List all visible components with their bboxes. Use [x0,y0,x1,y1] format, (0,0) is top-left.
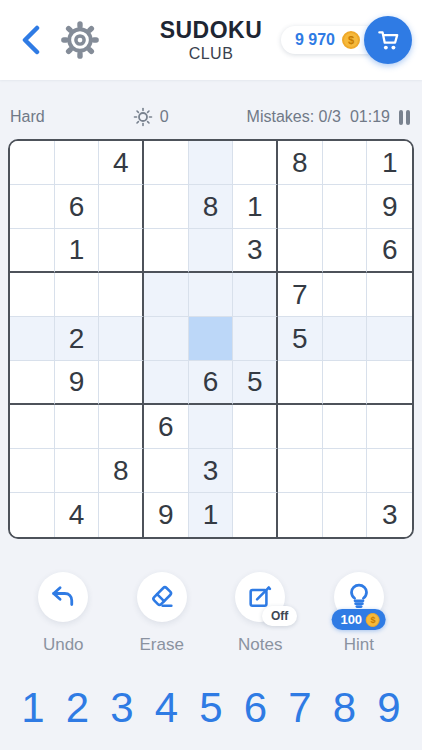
numpad-digit-7[interactable]: 7 [279,683,321,733]
cell-r5c1[interactable] [10,317,55,361]
cell-r4c3[interactable] [99,273,144,317]
notes-button[interactable]: Off [235,572,285,622]
cell-r1c3[interactable]: 4 [99,141,144,185]
numpad-digit-3[interactable]: 3 [101,683,143,733]
coin-amount: 9 970 [295,31,335,49]
cell-r1c7[interactable]: 8 [278,141,323,185]
cell-r3c1[interactable] [10,229,55,273]
erase-label: Erase [140,635,184,655]
cell-r6c3[interactable] [99,361,144,405]
cell-r5c5[interactable] [189,317,234,361]
back-button[interactable] [14,20,48,60]
cell-r7c9[interactable] [367,405,412,449]
cell-r2c5[interactable]: 8 [189,185,234,229]
cell-r2c6[interactable]: 1 [233,185,278,229]
cell-r7c7[interactable] [278,405,323,449]
notes-label: Notes [238,635,282,655]
cell-r4c1[interactable] [10,273,55,317]
cell-r9c4[interactable]: 9 [144,493,189,537]
cell-r5c6[interactable] [233,317,278,361]
cell-r1c5[interactable] [189,141,234,185]
cell-r4c8[interactable] [323,273,368,317]
numpad-digit-9[interactable]: 9 [368,683,410,733]
cell-r2c3[interactable] [99,185,144,229]
timer-value: 01:19 [350,108,390,126]
settings-button[interactable] [58,18,102,62]
cell-r4c9[interactable] [367,273,412,317]
cell-r7c8[interactable] [323,405,368,449]
erase-tool[interactable]: Erase [122,572,202,655]
cell-r4c7[interactable]: 7 [278,273,323,317]
cell-r5c4[interactable] [144,317,189,361]
cell-r3c8[interactable] [323,229,368,273]
numpad-digit-1[interactable]: 1 [12,683,54,733]
cell-r3c6[interactable]: 3 [233,229,278,273]
cell-r2c8[interactable] [323,185,368,229]
app-title: SUDOKU CLUB [160,17,263,63]
cell-r1c4[interactable] [144,141,189,185]
cell-r1c1[interactable] [10,141,55,185]
cell-r1c9[interactable]: 1 [367,141,412,185]
status-bar: Hard 0 Mi [0,106,422,128]
cell-r1c6[interactable] [233,141,278,185]
cell-r9c3[interactable] [99,493,144,537]
cell-r2c7[interactable] [278,185,323,229]
cell-r4c6[interactable] [233,273,278,317]
cell-r8c4[interactable] [144,449,189,493]
cell-r9c1[interactable] [10,493,55,537]
cell-r4c2[interactable] [55,273,100,317]
difficulty-label: Hard [10,108,45,126]
cell-r7c4[interactable]: 6 [144,405,189,449]
lightbulb-icon [344,582,374,612]
score-indicator: 0 [133,107,169,127]
hint-label: Hint [344,635,374,655]
cell-r1c2[interactable] [55,141,100,185]
chevron-left-icon [18,25,44,55]
cell-r9c2[interactable]: 4 [55,493,100,537]
cell-r7c6[interactable] [233,405,278,449]
numpad-digit-6[interactable]: 6 [235,683,277,733]
undo-tool[interactable]: Undo [23,572,103,655]
shop-button[interactable] [364,16,412,64]
cell-r3c9[interactable]: 6 [367,229,412,273]
cell-r6c6[interactable]: 5 [233,361,278,405]
sun-icon [133,107,153,127]
hint-button[interactable]: 100 $ [334,572,384,622]
numpad-digit-4[interactable]: 4 [146,683,188,733]
cell-r5c7[interactable]: 5 [278,317,323,361]
cell-r2c4[interactable] [144,185,189,229]
cell-r2c9[interactable]: 9 [367,185,412,229]
numpad: 123456789 [0,683,422,733]
cell-r9c9[interactable]: 3 [367,493,412,537]
cell-r7c2[interactable] [55,405,100,449]
hint-cost-badge: 100 $ [331,609,386,630]
cell-r8c6[interactable] [233,449,278,493]
numpad-digit-8[interactable]: 8 [324,683,366,733]
cell-r6c2[interactable]: 9 [55,361,100,405]
cell-r9c6[interactable] [233,493,278,537]
cell-r6c9[interactable] [367,361,412,405]
notes-tool[interactable]: Off Notes [220,572,300,655]
cell-r7c3[interactable] [99,405,144,449]
cell-r5c3[interactable] [99,317,144,361]
cell-r4c5[interactable] [189,273,234,317]
cell-r8c2[interactable] [55,449,100,493]
eraser-icon [148,583,176,611]
toolbar: Undo Erase [0,572,422,655]
hint-tool[interactable]: 100 $ Hint [319,572,399,655]
cell-r9c8[interactable] [323,493,368,537]
gear-icon [61,21,99,59]
cell-r7c1[interactable] [10,405,55,449]
hint-coin-icon: $ [366,613,380,627]
undo-button[interactable] [38,572,88,622]
cell-r8c3[interactable]: 8 [99,449,144,493]
cell-r6c8[interactable] [323,361,368,405]
hint-cost-value: 100 [340,612,362,627]
cart-icon [375,27,401,53]
cell-r3c3[interactable] [99,229,144,273]
cell-r8c5[interactable]: 3 [189,449,234,493]
pause-icon [399,110,403,125]
cell-r2c2[interactable]: 6 [55,185,100,229]
cell-r8c9[interactable] [367,449,412,493]
cell-r3c2[interactable]: 1 [55,229,100,273]
notes-state-badge: Off [262,606,297,626]
erase-button[interactable] [137,572,187,622]
cell-r5c8[interactable] [323,317,368,361]
cell-r1c8[interactable] [323,141,368,185]
cell-r9c5[interactable]: 1 [189,493,234,537]
title-sub: CLUB [160,45,263,63]
cell-r4c4[interactable] [144,273,189,317]
cell-r5c2[interactable]: 2 [55,317,100,361]
cell-r3c4[interactable] [144,229,189,273]
mistakes-label: Mistakes: 0/3 [247,108,341,126]
cell-r8c8[interactable] [323,449,368,493]
numpad-digit-5[interactable]: 5 [190,683,232,733]
numpad-digit-2[interactable]: 2 [57,683,99,733]
cell-r9c7[interactable] [278,493,323,537]
cell-r2c1[interactable] [10,185,55,229]
cell-r3c5[interactable] [189,229,234,273]
app-header: SUDOKU CLUB 9 970 $ [0,0,422,80]
cell-r6c5[interactable]: 6 [189,361,234,405]
title-main: SUDOKU [160,17,263,44]
cell-r6c4[interactable] [144,361,189,405]
sudoku-board: 48168191367259656834913 [8,139,414,539]
coin-icon: $ [342,31,360,49]
cell-r8c1[interactable] [10,449,55,493]
cell-r6c1[interactable] [10,361,55,405]
undo-icon [49,583,77,611]
cell-r3c7[interactable] [278,229,323,273]
cell-r6c7[interactable] [278,361,323,405]
pause-button[interactable] [397,108,412,127]
undo-label: Undo [43,635,84,655]
score-value: 0 [160,108,169,126]
cell-r8c7[interactable] [278,449,323,493]
cell-r5c9[interactable] [367,317,412,361]
cell-r7c5[interactable] [189,405,234,449]
